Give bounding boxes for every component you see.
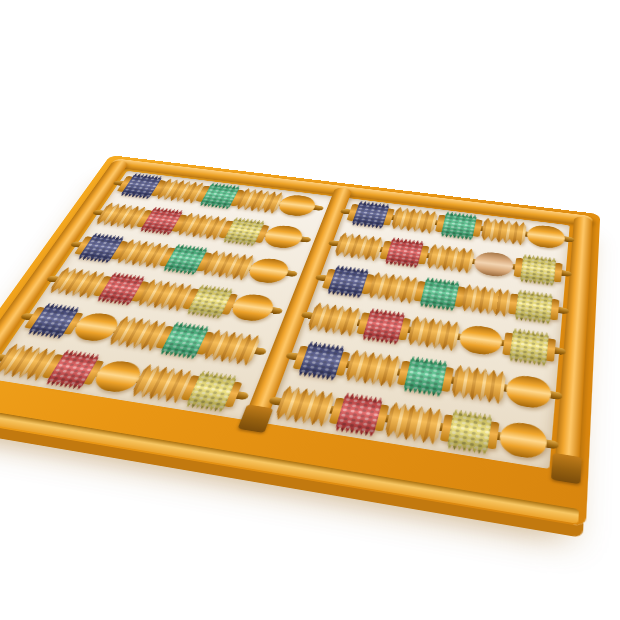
smooth-wood-roller — [497, 417, 548, 464]
gear-wood-roller — [450, 363, 506, 406]
smooth-wood-roller-body — [526, 224, 566, 250]
gear-wood-roller — [461, 283, 512, 319]
smooth-wood-roller-body — [457, 324, 503, 357]
smooth-wood-roller-body — [504, 373, 552, 410]
red-spiky-roller — [378, 237, 430, 269]
yellow-spiky-roller-body — [515, 289, 553, 326]
gear-wood-roller — [383, 400, 444, 447]
gear-wood-roller-body — [480, 216, 527, 246]
gear-wood-roller-body — [461, 283, 512, 319]
gear-wood-roller — [390, 206, 438, 236]
yellow-spiky-roller — [502, 327, 557, 367]
gear-wood-roller — [306, 301, 362, 338]
yellow-spiky-roller-body — [520, 253, 557, 287]
light-wood-roller-body — [472, 250, 514, 278]
gear-wood-roller-body — [450, 363, 506, 406]
yellow-spiky-roller-body — [509, 327, 549, 368]
massager-tray — [0, 155, 600, 527]
gear-wood-roller — [480, 216, 527, 246]
yellow-spiky-roller — [439, 408, 501, 456]
smooth-wood-roller-body — [275, 194, 318, 218]
yellow-spiky-roller — [513, 253, 563, 287]
yellow-spiky-roller-body — [446, 408, 492, 456]
gear-wood-roller-body — [306, 301, 362, 338]
right-rail-end-cap — [551, 453, 582, 485]
green-spiky-roller — [395, 355, 455, 398]
green-spiky-roller-body — [440, 211, 477, 242]
section-right-foot — [273, 199, 566, 467]
smooth-wood-roller — [526, 222, 566, 252]
yellow-spiky-roller — [507, 289, 559, 326]
gear-wood-roller — [367, 271, 420, 306]
section-left-foot — [0, 171, 320, 416]
gear-wood-roller-body — [344, 348, 402, 390]
gear-wood-roller — [273, 384, 336, 429]
gear-wood-roller-body — [383, 400, 444, 447]
red-spiky-roller — [355, 307, 413, 345]
gear-wood-roller — [333, 231, 384, 263]
navy-spiky-roller — [291, 340, 352, 381]
gear-wood-roller — [426, 243, 476, 276]
green-spiky-roller — [434, 211, 483, 241]
navy-spiky-roller — [345, 200, 396, 229]
smooth-wood-roller — [457, 321, 504, 359]
gear-wood-roller-body — [273, 384, 336, 429]
light-wood-roller — [472, 248, 515, 280]
red-spiky-roller — [327, 392, 391, 438]
gear-wood-roller-body — [390, 206, 438, 236]
gear-wood-roller — [344, 348, 402, 390]
smooth-wood-roller — [504, 371, 553, 414]
smooth-wood-roller-body — [261, 224, 306, 250]
gear-wood-roller-body — [426, 243, 476, 276]
gear-wood-roller — [406, 314, 461, 353]
smooth-wood-roller-body — [498, 420, 548, 461]
green-spiky-roller — [412, 276, 466, 312]
product-photo-foot-massager — [0, 0, 620, 620]
gear-wood-roller-body — [333, 231, 384, 263]
gear-wood-roller-body — [367, 271, 420, 306]
gear-wood-roller-body — [406, 314, 461, 353]
